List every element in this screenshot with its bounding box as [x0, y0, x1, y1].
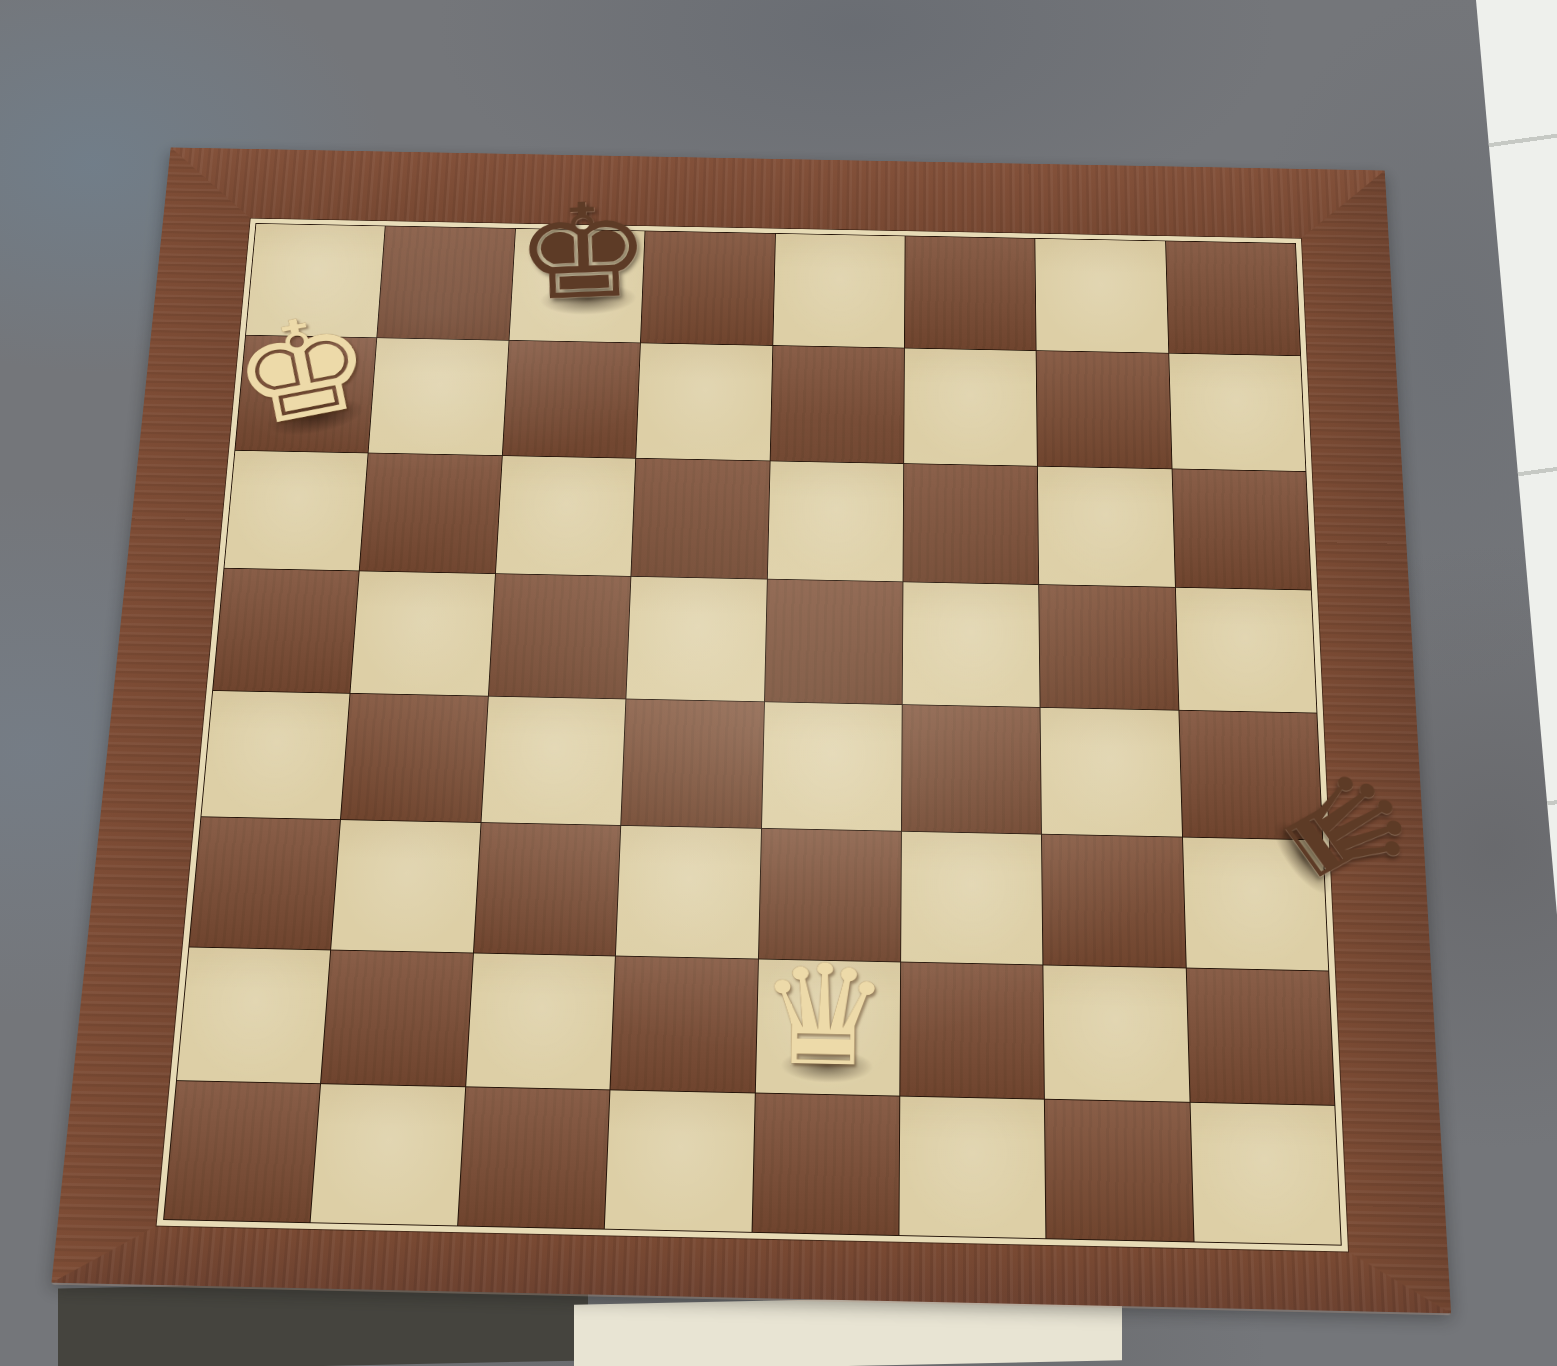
square-f6[interactable] — [903, 464, 1038, 585]
square-a6[interactable] — [224, 450, 368, 570]
square-a4[interactable] — [201, 691, 349, 819]
square-g4[interactable] — [1041, 708, 1182, 837]
chess-board: ♚♚♛♛ — [51, 147, 1451, 1313]
square-f5[interactable] — [903, 582, 1040, 707]
square-g1[interactable] — [1045, 1100, 1193, 1242]
square-g5[interactable] — [1039, 585, 1178, 710]
white-king-glyph: ♚ — [221, 292, 386, 450]
square-a2[interactable] — [177, 947, 331, 1083]
square-d4[interactable] — [621, 699, 763, 827]
square-b2[interactable] — [321, 950, 472, 1087]
square-c2[interactable] — [466, 953, 615, 1090]
square-d6[interactable] — [631, 458, 769, 579]
piece-white-king[interactable]: ♚ — [221, 292, 386, 450]
square-h8[interactable] — [1166, 241, 1300, 355]
square-h5[interactable] — [1176, 588, 1317, 713]
square-g6[interactable] — [1038, 466, 1175, 587]
square-e6[interactable] — [767, 461, 903, 582]
square-e1[interactable] — [752, 1094, 899, 1235]
piece-white-queen[interactable]: ♛ — [756, 945, 892, 1087]
square-d1[interactable] — [605, 1091, 754, 1232]
square-d3[interactable] — [616, 826, 761, 958]
square-h6[interactable] — [1172, 469, 1311, 590]
piece-black-king[interactable]: ♚ — [513, 184, 655, 320]
square-d8[interactable] — [641, 231, 775, 345]
square-a5[interactable] — [213, 569, 359, 693]
square-g7[interactable] — [1037, 351, 1171, 468]
square-e8[interactable] — [773, 234, 905, 348]
square-d7[interactable] — [636, 343, 772, 460]
square-h7[interactable] — [1169, 353, 1306, 470]
square-b7[interactable] — [369, 338, 508, 455]
square-c3[interactable] — [474, 823, 621, 955]
square-g2[interactable] — [1044, 965, 1190, 1102]
square-e5[interactable] — [764, 580, 902, 704]
square-c7[interactable] — [503, 341, 640, 458]
square-g8[interactable] — [1036, 239, 1168, 353]
black-king-glyph: ♚ — [513, 184, 655, 320]
square-f4[interactable] — [902, 705, 1041, 833]
square-b1[interactable] — [311, 1084, 465, 1225]
square-b4[interactable] — [341, 694, 487, 822]
square-c1[interactable] — [458, 1087, 610, 1228]
square-f1[interactable] — [899, 1097, 1045, 1238]
square-b5[interactable] — [351, 572, 495, 696]
square-g3[interactable] — [1042, 834, 1185, 967]
square-b3[interactable] — [332, 820, 481, 952]
square-d2[interactable] — [611, 956, 758, 1093]
square-c5[interactable] — [489, 574, 631, 698]
square-e4[interactable] — [762, 702, 902, 830]
square-a3[interactable] — [189, 817, 340, 949]
square-d5[interactable] — [626, 577, 766, 701]
square-h2[interactable] — [1186, 968, 1334, 1105]
square-h1[interactable] — [1190, 1103, 1341, 1245]
square-f2[interactable] — [900, 962, 1044, 1099]
square-b6[interactable] — [360, 453, 502, 573]
square-a1[interactable] — [164, 1081, 320, 1222]
square-c4[interactable] — [481, 697, 625, 825]
square-e7[interactable] — [770, 346, 904, 463]
square-b8[interactable] — [378, 226, 515, 339]
square-f8[interactable] — [905, 236, 1036, 350]
white-queen-glyph: ♛ — [756, 945, 892, 1087]
square-c6[interactable] — [496, 456, 636, 577]
square-f3[interactable] — [901, 831, 1043, 964]
square-f7[interactable] — [904, 348, 1037, 465]
